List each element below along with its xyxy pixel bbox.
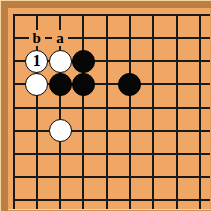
intersection	[72, 73, 95, 96]
intersection	[95, 189, 118, 211]
intersection	[72, 96, 95, 119]
frame-highlight-left	[0, 0, 1, 211]
intersection	[142, 165, 165, 188]
intersection	[188, 3, 211, 26]
intersection	[2, 3, 25, 26]
intersection	[165, 50, 188, 73]
intersection	[25, 165, 48, 188]
intersection	[142, 50, 165, 73]
intersection	[165, 165, 188, 188]
intersection	[165, 73, 188, 96]
intersection	[188, 50, 211, 73]
move-number-label: 1	[33, 53, 41, 69]
intersection	[2, 27, 25, 50]
intersection	[118, 3, 141, 26]
intersection: b	[25, 27, 48, 50]
intersection	[188, 119, 211, 142]
intersection	[165, 3, 188, 26]
intersection	[25, 119, 48, 142]
intersection	[188, 73, 211, 96]
intersection	[2, 189, 25, 211]
intersection	[48, 189, 71, 211]
intersection: 1	[25, 50, 48, 73]
intersection	[48, 50, 71, 73]
intersection	[95, 50, 118, 73]
white-stone	[49, 119, 72, 142]
intersection	[48, 73, 71, 96]
intersection	[48, 3, 71, 26]
board-cut-edge-right	[210, 8, 211, 209]
white-stone: 1	[25, 50, 48, 73]
intersection	[48, 142, 71, 165]
intersection: a	[48, 27, 71, 50]
intersection	[118, 27, 141, 50]
white-stone	[49, 50, 72, 73]
intersection	[118, 96, 141, 119]
intersection	[142, 119, 165, 142]
intersection	[188, 142, 211, 165]
board-grid: ba1	[2, 3, 211, 211]
point-label-a: a	[52, 30, 68, 46]
intersection	[72, 165, 95, 188]
intersection	[2, 73, 25, 96]
intersection	[95, 73, 118, 96]
intersection	[165, 27, 188, 50]
black-stone	[49, 73, 72, 96]
intersection	[48, 96, 71, 119]
intersection	[72, 3, 95, 26]
intersection	[2, 165, 25, 188]
intersection	[95, 96, 118, 119]
intersection	[95, 119, 118, 142]
intersection	[2, 142, 25, 165]
intersection	[165, 119, 188, 142]
intersection	[95, 165, 118, 188]
white-stone	[25, 73, 48, 96]
intersection	[142, 142, 165, 165]
intersection	[25, 96, 48, 119]
intersection	[165, 142, 188, 165]
black-stone	[118, 73, 141, 96]
intersection	[142, 73, 165, 96]
intersection	[188, 96, 211, 119]
intersection	[142, 3, 165, 26]
intersection	[25, 3, 48, 26]
board-cut-edge-bottom	[8, 210, 211, 211]
point-label-b: b	[29, 30, 45, 46]
intersection	[48, 165, 71, 188]
intersection	[188, 189, 211, 211]
intersection	[95, 142, 118, 165]
intersection	[72, 189, 95, 211]
black-stone	[72, 73, 95, 96]
intersection	[118, 165, 141, 188]
intersection	[2, 119, 25, 142]
intersection	[142, 96, 165, 119]
intersection	[118, 73, 141, 96]
intersection	[118, 119, 141, 142]
intersection	[25, 189, 48, 211]
intersection	[72, 27, 95, 50]
frame-highlight-top	[0, 0, 211, 1]
intersection	[118, 142, 141, 165]
intersection	[72, 50, 95, 73]
intersection	[118, 189, 141, 211]
intersection	[118, 50, 141, 73]
intersection	[72, 142, 95, 165]
black-stone	[72, 50, 95, 73]
intersection	[142, 27, 165, 50]
go-corner-diagram: ba1	[0, 0, 211, 211]
intersection	[48, 119, 71, 142]
intersection	[25, 73, 48, 96]
intersection	[2, 96, 25, 119]
intersection	[2, 50, 25, 73]
intersection	[188, 165, 211, 188]
intersection	[95, 27, 118, 50]
intersection	[165, 189, 188, 211]
intersection	[142, 189, 165, 211]
intersection	[72, 119, 95, 142]
intersection	[95, 3, 118, 26]
intersection	[165, 96, 188, 119]
intersection	[25, 142, 48, 165]
intersection	[188, 27, 211, 50]
